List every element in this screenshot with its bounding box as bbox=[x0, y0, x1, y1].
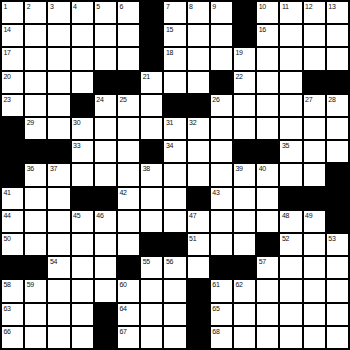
white-cell[interactable]: 29 bbox=[25, 118, 46, 139]
black-cell bbox=[234, 257, 255, 278]
black-cell bbox=[118, 257, 139, 278]
clue-number: 56 bbox=[166, 257, 173, 266]
black-cell bbox=[141, 234, 162, 255]
white-cell[interactable] bbox=[48, 25, 69, 46]
white-cell[interactable]: 15 bbox=[164, 25, 185, 46]
clue-number: 43 bbox=[212, 188, 219, 197]
white-cell[interactable]: 44 bbox=[2, 211, 23, 232]
white-cell[interactable] bbox=[25, 25, 46, 46]
clue-number: 16 bbox=[259, 25, 266, 34]
white-cell[interactable]: 52 bbox=[280, 234, 301, 255]
black-cell bbox=[95, 304, 116, 325]
white-cell[interactable] bbox=[141, 211, 162, 232]
white-cell[interactable] bbox=[188, 25, 209, 46]
clue-number: 22 bbox=[236, 72, 243, 81]
white-cell[interactable]: 24 bbox=[95, 95, 116, 116]
white-cell[interactable] bbox=[164, 304, 185, 325]
white-cell[interactable] bbox=[257, 118, 278, 139]
clue-number: 17 bbox=[4, 48, 11, 57]
clue-number: 18 bbox=[166, 48, 173, 57]
clue-number: 45 bbox=[73, 211, 80, 220]
white-cell[interactable] bbox=[327, 118, 348, 139]
black-cell bbox=[25, 257, 46, 278]
clue-number: 24 bbox=[96, 95, 103, 104]
white-cell[interactable] bbox=[188, 141, 209, 162]
black-cell bbox=[304, 188, 325, 209]
clue-number: 41 bbox=[4, 188, 11, 197]
white-cell[interactable] bbox=[257, 327, 278, 348]
white-cell[interactable]: 5 bbox=[95, 2, 116, 23]
black-cell bbox=[72, 188, 93, 209]
black-cell bbox=[211, 72, 232, 93]
white-cell[interactable] bbox=[25, 327, 46, 348]
crossword-board: 1234567891011121314151617181920212223242… bbox=[0, 0, 350, 350]
white-cell[interactable] bbox=[304, 304, 325, 325]
white-cell[interactable]: 13 bbox=[327, 2, 348, 23]
clue-number: 5 bbox=[96, 2, 100, 11]
white-cell[interactable] bbox=[95, 280, 116, 301]
white-cell[interactable]: 16 bbox=[257, 25, 278, 46]
clue-number: 29 bbox=[27, 118, 34, 127]
white-cell[interactable] bbox=[72, 304, 93, 325]
white-cell[interactable] bbox=[280, 72, 301, 93]
white-cell[interactable] bbox=[72, 164, 93, 185]
white-cell[interactable] bbox=[327, 48, 348, 69]
clue-number: 62 bbox=[236, 280, 243, 289]
black-cell bbox=[327, 72, 348, 93]
clue-number: 66 bbox=[4, 327, 11, 336]
white-cell[interactable] bbox=[141, 327, 162, 348]
white-cell[interactable]: 62 bbox=[234, 280, 255, 301]
white-cell[interactable] bbox=[118, 211, 139, 232]
black-cell bbox=[2, 141, 23, 162]
white-cell[interactable]: 45 bbox=[72, 211, 93, 232]
white-cell[interactable]: 38 bbox=[141, 164, 162, 185]
white-cell[interactable]: 23 bbox=[2, 95, 23, 116]
white-cell[interactable] bbox=[164, 280, 185, 301]
white-cell[interactable] bbox=[234, 327, 255, 348]
white-cell[interactable] bbox=[25, 304, 46, 325]
black-cell bbox=[327, 164, 348, 185]
white-cell[interactable] bbox=[280, 25, 301, 46]
white-cell[interactable] bbox=[257, 188, 278, 209]
white-cell[interactable] bbox=[164, 211, 185, 232]
clue-number: 1 bbox=[4, 2, 8, 11]
white-cell[interactable] bbox=[164, 164, 185, 185]
black-cell bbox=[95, 72, 116, 93]
white-cell[interactable] bbox=[304, 327, 325, 348]
white-cell[interactable] bbox=[280, 118, 301, 139]
white-cell[interactable]: 14 bbox=[2, 25, 23, 46]
clue-number: 59 bbox=[27, 280, 34, 289]
clue-number: 37 bbox=[50, 164, 57, 173]
clue-number: 60 bbox=[120, 280, 127, 289]
white-cell[interactable]: 17 bbox=[2, 48, 23, 69]
white-cell[interactable] bbox=[72, 257, 93, 278]
white-cell[interactable] bbox=[304, 164, 325, 185]
black-cell bbox=[280, 188, 301, 209]
white-cell[interactable] bbox=[280, 95, 301, 116]
white-cell[interactable] bbox=[327, 25, 348, 46]
white-cell[interactable] bbox=[280, 164, 301, 185]
white-cell[interactable] bbox=[304, 257, 325, 278]
white-cell[interactable] bbox=[304, 48, 325, 69]
clue-number: 21 bbox=[143, 72, 150, 81]
white-cell[interactable] bbox=[234, 118, 255, 139]
clue-number: 14 bbox=[4, 25, 11, 34]
white-cell[interactable] bbox=[304, 141, 325, 162]
white-cell[interactable] bbox=[118, 118, 139, 139]
black-cell bbox=[188, 95, 209, 116]
white-cell[interactable]: 42 bbox=[118, 188, 139, 209]
clue-number: 6 bbox=[120, 2, 124, 11]
white-cell[interactable] bbox=[48, 304, 69, 325]
white-cell[interactable]: 33 bbox=[72, 141, 93, 162]
white-cell[interactable] bbox=[327, 141, 348, 162]
black-cell bbox=[141, 141, 162, 162]
white-cell[interactable]: 55 bbox=[141, 257, 162, 278]
white-cell[interactable]: 41 bbox=[2, 188, 23, 209]
white-cell[interactable]: 61 bbox=[211, 280, 232, 301]
black-cell bbox=[95, 188, 116, 209]
white-cell[interactable]: 50 bbox=[2, 234, 23, 255]
white-cell[interactable] bbox=[48, 211, 69, 232]
clue-number: 61 bbox=[212, 280, 219, 289]
white-cell[interactable]: 59 bbox=[25, 280, 46, 301]
white-cell[interactable] bbox=[280, 257, 301, 278]
black-cell bbox=[257, 234, 278, 255]
black-cell bbox=[2, 118, 23, 139]
clue-number: 67 bbox=[120, 327, 127, 336]
white-cell[interactable]: 56 bbox=[164, 257, 185, 278]
white-cell[interactable] bbox=[211, 164, 232, 185]
white-cell[interactable] bbox=[211, 234, 232, 255]
white-cell[interactable] bbox=[72, 48, 93, 69]
white-cell[interactable] bbox=[257, 280, 278, 301]
clue-number: 44 bbox=[4, 211, 11, 220]
clue-number: 50 bbox=[4, 234, 11, 243]
white-cell[interactable]: 57 bbox=[257, 257, 278, 278]
white-cell[interactable] bbox=[234, 304, 255, 325]
clue-number: 53 bbox=[328, 234, 335, 243]
white-cell[interactable]: 21 bbox=[141, 72, 162, 93]
clue-number: 36 bbox=[27, 164, 34, 173]
white-cell[interactable] bbox=[234, 211, 255, 232]
clue-number: 26 bbox=[212, 95, 219, 104]
white-cell[interactable]: 22 bbox=[234, 72, 255, 93]
white-cell[interactable]: 47 bbox=[188, 211, 209, 232]
white-cell[interactable] bbox=[118, 48, 139, 69]
white-cell[interactable] bbox=[72, 234, 93, 255]
black-cell bbox=[95, 327, 116, 348]
white-cell[interactable]: 68 bbox=[211, 327, 232, 348]
black-cell bbox=[2, 164, 23, 185]
white-cell[interactable]: 10 bbox=[257, 2, 278, 23]
white-cell[interactable]: 7 bbox=[164, 2, 185, 23]
white-cell[interactable] bbox=[257, 95, 278, 116]
clue-number: 40 bbox=[259, 164, 266, 173]
black-cell bbox=[188, 327, 209, 348]
clue-number: 64 bbox=[120, 304, 127, 313]
white-cell[interactable] bbox=[25, 72, 46, 93]
white-cell[interactable] bbox=[95, 141, 116, 162]
clue-number: 12 bbox=[305, 2, 312, 11]
white-cell[interactable] bbox=[327, 280, 348, 301]
white-cell[interactable] bbox=[211, 48, 232, 69]
white-cell[interactable]: 6 bbox=[118, 2, 139, 23]
white-cell[interactable] bbox=[48, 234, 69, 255]
white-cell[interactable]: 60 bbox=[118, 280, 139, 301]
white-cell[interactable]: 12 bbox=[304, 2, 325, 23]
white-cell[interactable]: 28 bbox=[327, 95, 348, 116]
white-cell[interactable]: 32 bbox=[188, 118, 209, 139]
white-cell[interactable] bbox=[257, 48, 278, 69]
white-cell[interactable]: 26 bbox=[211, 95, 232, 116]
white-cell[interactable] bbox=[48, 95, 69, 116]
white-cell[interactable]: 46 bbox=[95, 211, 116, 232]
clue-number: 10 bbox=[259, 2, 266, 11]
white-cell[interactable] bbox=[141, 188, 162, 209]
white-cell[interactable]: 20 bbox=[2, 72, 23, 93]
white-cell[interactable]: 8 bbox=[188, 2, 209, 23]
white-cell[interactable] bbox=[234, 234, 255, 255]
white-cell[interactable]: 18 bbox=[164, 48, 185, 69]
white-cell[interactable] bbox=[304, 118, 325, 139]
white-cell[interactable] bbox=[118, 141, 139, 162]
clue-number: 20 bbox=[4, 72, 11, 81]
white-cell[interactable] bbox=[48, 48, 69, 69]
white-cell[interactable] bbox=[164, 188, 185, 209]
white-cell[interactable]: 34 bbox=[164, 141, 185, 162]
white-cell[interactable] bbox=[280, 304, 301, 325]
clue-number: 52 bbox=[282, 234, 289, 243]
clue-number: 3 bbox=[50, 2, 54, 11]
white-cell[interactable]: 35 bbox=[280, 141, 301, 162]
white-cell[interactable] bbox=[72, 327, 93, 348]
white-cell[interactable] bbox=[141, 280, 162, 301]
white-cell[interactable]: 30 bbox=[72, 118, 93, 139]
white-cell[interactable] bbox=[25, 95, 46, 116]
white-cell[interactable]: 66 bbox=[2, 327, 23, 348]
white-cell[interactable]: 2 bbox=[25, 2, 46, 23]
white-cell[interactable]: 37 bbox=[48, 164, 69, 185]
clue-number: 15 bbox=[166, 25, 173, 34]
clue-number: 58 bbox=[4, 280, 11, 289]
white-cell[interactable] bbox=[95, 118, 116, 139]
black-cell bbox=[164, 234, 185, 255]
white-cell[interactable] bbox=[95, 164, 116, 185]
white-cell[interactable]: 39 bbox=[234, 164, 255, 185]
white-cell[interactable] bbox=[188, 48, 209, 69]
clue-number: 46 bbox=[96, 211, 103, 220]
clue-number: 31 bbox=[166, 118, 173, 127]
white-cell[interactable] bbox=[234, 188, 255, 209]
clue-number: 49 bbox=[305, 211, 312, 220]
white-cell[interactable] bbox=[48, 327, 69, 348]
white-cell[interactable] bbox=[48, 118, 69, 139]
white-cell[interactable]: 25 bbox=[118, 95, 139, 116]
black-cell bbox=[164, 95, 185, 116]
white-cell[interactable]: 31 bbox=[164, 118, 185, 139]
black-cell bbox=[72, 95, 93, 116]
clue-number: 32 bbox=[189, 118, 196, 127]
clue-number: 11 bbox=[282, 2, 289, 11]
white-cell[interactable] bbox=[188, 257, 209, 278]
clue-number: 34 bbox=[166, 141, 173, 150]
black-cell bbox=[188, 304, 209, 325]
white-cell[interactable]: 9 bbox=[211, 2, 232, 23]
white-cell[interactable] bbox=[280, 327, 301, 348]
white-cell[interactable] bbox=[95, 48, 116, 69]
white-cell[interactable] bbox=[211, 118, 232, 139]
crossword-grid: 1234567891011121314151617181920212223242… bbox=[0, 0, 350, 350]
black-cell bbox=[257, 141, 278, 162]
black-cell bbox=[234, 141, 255, 162]
clue-number: 63 bbox=[4, 304, 11, 313]
white-cell[interactable] bbox=[25, 211, 46, 232]
clue-number: 35 bbox=[282, 141, 289, 150]
white-cell[interactable] bbox=[95, 234, 116, 255]
clue-number: 13 bbox=[328, 2, 335, 11]
black-cell bbox=[327, 211, 348, 232]
white-cell[interactable]: 51 bbox=[188, 234, 209, 255]
clue-number: 48 bbox=[282, 211, 289, 220]
white-cell[interactable] bbox=[304, 280, 325, 301]
white-cell[interactable] bbox=[280, 48, 301, 69]
clue-number: 8 bbox=[189, 2, 193, 11]
black-cell bbox=[304, 72, 325, 93]
white-cell[interactable] bbox=[118, 234, 139, 255]
white-cell[interactable]: 43 bbox=[211, 188, 232, 209]
clue-number: 65 bbox=[212, 304, 219, 313]
clue-number: 39 bbox=[236, 164, 243, 173]
black-cell bbox=[48, 141, 69, 162]
clue-number: 57 bbox=[259, 257, 266, 266]
clue-number: 23 bbox=[4, 95, 11, 104]
black-cell bbox=[188, 280, 209, 301]
black-cell bbox=[141, 2, 162, 23]
white-cell[interactable] bbox=[95, 257, 116, 278]
white-cell[interactable] bbox=[304, 234, 325, 255]
clue-number: 19 bbox=[236, 48, 243, 57]
white-cell[interactable]: 36 bbox=[25, 164, 46, 185]
white-cell[interactable] bbox=[95, 25, 116, 46]
white-cell[interactable] bbox=[280, 280, 301, 301]
white-cell[interactable] bbox=[141, 118, 162, 139]
clue-number: 55 bbox=[143, 257, 150, 266]
clue-number: 7 bbox=[166, 2, 170, 11]
white-cell[interactable] bbox=[164, 72, 185, 93]
white-cell[interactable]: 67 bbox=[118, 327, 139, 348]
black-cell bbox=[141, 25, 162, 46]
white-cell[interactable] bbox=[327, 327, 348, 348]
black-cell bbox=[25, 141, 46, 162]
clue-number: 42 bbox=[120, 188, 127, 197]
white-cell[interactable]: 64 bbox=[118, 304, 139, 325]
white-cell[interactable] bbox=[25, 234, 46, 255]
white-cell[interactable] bbox=[141, 95, 162, 116]
black-cell bbox=[188, 188, 209, 209]
white-cell[interactable]: 58 bbox=[2, 280, 23, 301]
white-cell[interactable] bbox=[48, 72, 69, 93]
white-cell[interactable] bbox=[72, 280, 93, 301]
white-cell[interactable] bbox=[327, 257, 348, 278]
clue-number: 2 bbox=[27, 2, 31, 11]
white-cell[interactable]: 19 bbox=[234, 48, 255, 69]
white-cell[interactable]: 49 bbox=[304, 211, 325, 232]
white-cell[interactable] bbox=[188, 72, 209, 93]
clue-number: 54 bbox=[50, 257, 57, 266]
clue-number: 38 bbox=[143, 164, 150, 173]
white-cell[interactable] bbox=[118, 164, 139, 185]
white-cell[interactable] bbox=[188, 164, 209, 185]
black-cell bbox=[118, 72, 139, 93]
clue-number: 33 bbox=[73, 141, 80, 150]
white-cell[interactable]: 53 bbox=[327, 234, 348, 255]
white-cell[interactable] bbox=[48, 280, 69, 301]
white-cell[interactable] bbox=[211, 211, 232, 232]
white-cell[interactable] bbox=[257, 304, 278, 325]
white-cell[interactable] bbox=[118, 25, 139, 46]
clue-number: 4 bbox=[73, 2, 77, 11]
white-cell[interactable] bbox=[234, 95, 255, 116]
clue-number: 47 bbox=[189, 211, 196, 220]
clue-number: 30 bbox=[73, 118, 80, 127]
black-cell bbox=[234, 25, 255, 46]
white-cell[interactable] bbox=[72, 72, 93, 93]
clue-number: 68 bbox=[212, 327, 219, 336]
white-cell[interactable] bbox=[211, 25, 232, 46]
black-cell bbox=[234, 2, 255, 23]
black-cell bbox=[327, 188, 348, 209]
white-cell[interactable] bbox=[141, 304, 162, 325]
white-cell[interactable]: 65 bbox=[211, 304, 232, 325]
white-cell[interactable] bbox=[72, 25, 93, 46]
white-cell[interactable]: 54 bbox=[48, 257, 69, 278]
white-cell[interactable] bbox=[257, 211, 278, 232]
white-cell[interactable] bbox=[211, 141, 232, 162]
white-cell[interactable]: 63 bbox=[2, 304, 23, 325]
clue-number: 51 bbox=[189, 234, 196, 243]
clue-number: 9 bbox=[212, 2, 216, 11]
white-cell[interactable] bbox=[257, 72, 278, 93]
clue-number: 28 bbox=[328, 95, 335, 104]
black-cell bbox=[141, 48, 162, 69]
white-cell[interactable] bbox=[25, 188, 46, 209]
clue-number: 27 bbox=[305, 95, 312, 104]
white-cell[interactable]: 11 bbox=[280, 2, 301, 23]
white-cell[interactable]: 3 bbox=[48, 2, 69, 23]
white-cell[interactable] bbox=[327, 304, 348, 325]
black-cell bbox=[2, 257, 23, 278]
white-cell[interactable] bbox=[304, 25, 325, 46]
white-cell[interactable]: 27 bbox=[304, 95, 325, 116]
white-cell[interactable] bbox=[25, 48, 46, 69]
white-cell[interactable]: 48 bbox=[280, 211, 301, 232]
clue-number: 25 bbox=[120, 95, 127, 104]
black-cell bbox=[211, 257, 232, 278]
white-cell[interactable]: 4 bbox=[72, 2, 93, 23]
white-cell[interactable]: 40 bbox=[257, 164, 278, 185]
white-cell[interactable] bbox=[48, 188, 69, 209]
white-cell[interactable]: 1 bbox=[2, 2, 23, 23]
white-cell[interactable] bbox=[164, 327, 185, 348]
